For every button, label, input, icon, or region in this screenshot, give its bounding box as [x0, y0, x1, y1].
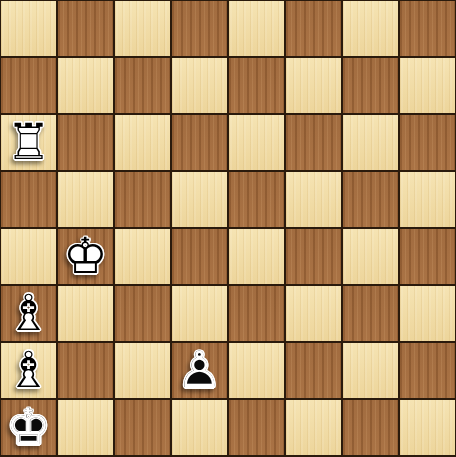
square-a8[interactable]	[1, 1, 56, 56]
square-a2[interactable]: ♝♗	[1, 343, 56, 398]
square-b1[interactable]	[58, 400, 113, 455]
square-d7[interactable]	[172, 58, 227, 113]
square-b3[interactable]	[58, 286, 113, 341]
square-d4[interactable]	[172, 229, 227, 284]
square-h1[interactable]	[400, 400, 455, 455]
square-a4[interactable]	[1, 229, 56, 284]
white-king-outline-glyph: ♔	[58, 229, 113, 284]
square-h6[interactable]	[400, 115, 455, 170]
square-h8[interactable]	[400, 1, 455, 56]
square-f1[interactable]	[286, 400, 341, 455]
square-e8[interactable]	[229, 1, 284, 56]
square-d8[interactable]	[172, 1, 227, 56]
square-c3[interactable]	[115, 286, 170, 341]
square-f6[interactable]	[286, 115, 341, 170]
square-g6[interactable]	[343, 115, 398, 170]
black-pawn-piece[interactable]: ♟♙	[172, 343, 227, 398]
square-h2[interactable]	[400, 343, 455, 398]
square-g8[interactable]	[343, 1, 398, 56]
white-bishop-outline-glyph: ♗	[1, 286, 56, 341]
square-h7[interactable]	[400, 58, 455, 113]
square-b8[interactable]	[58, 1, 113, 56]
white-rook-outline-glyph: ♖	[1, 115, 56, 170]
square-e1[interactable]	[229, 400, 284, 455]
square-d3[interactable]	[172, 286, 227, 341]
chess-board: ♜♖♚♔♝♗♝♗♟♙♚♔	[0, 0, 456, 457]
square-c6[interactable]	[115, 115, 170, 170]
square-e4[interactable]	[229, 229, 284, 284]
square-h5[interactable]	[400, 172, 455, 227]
square-d1[interactable]	[172, 400, 227, 455]
square-g5[interactable]	[343, 172, 398, 227]
square-e2[interactable]	[229, 343, 284, 398]
square-e5[interactable]	[229, 172, 284, 227]
white-rook-piece[interactable]: ♜♖	[1, 115, 56, 170]
square-c2[interactable]	[115, 343, 170, 398]
square-b5[interactable]	[58, 172, 113, 227]
square-g7[interactable]	[343, 58, 398, 113]
square-g4[interactable]	[343, 229, 398, 284]
white-bishop-piece[interactable]: ♝♗	[1, 286, 56, 341]
square-g2[interactable]	[343, 343, 398, 398]
square-b4[interactable]: ♚♔	[58, 229, 113, 284]
square-e7[interactable]	[229, 58, 284, 113]
square-f7[interactable]	[286, 58, 341, 113]
square-f4[interactable]	[286, 229, 341, 284]
black-king-outline-glyph: ♔	[1, 400, 56, 455]
black-king-piece[interactable]: ♚♔	[1, 400, 56, 455]
square-h4[interactable]	[400, 229, 455, 284]
square-d2[interactable]: ♟♙	[172, 343, 227, 398]
square-f3[interactable]	[286, 286, 341, 341]
square-e6[interactable]	[229, 115, 284, 170]
square-c7[interactable]	[115, 58, 170, 113]
square-c8[interactable]	[115, 1, 170, 56]
square-f5[interactable]	[286, 172, 341, 227]
square-f2[interactable]	[286, 343, 341, 398]
square-g3[interactable]	[343, 286, 398, 341]
square-a1[interactable]: ♚♔	[1, 400, 56, 455]
square-c4[interactable]	[115, 229, 170, 284]
square-a3[interactable]: ♝♗	[1, 286, 56, 341]
square-a6[interactable]: ♜♖	[1, 115, 56, 170]
square-a5[interactable]	[1, 172, 56, 227]
white-bishop-outline-glyph: ♗	[1, 343, 56, 398]
square-h3[interactable]	[400, 286, 455, 341]
square-c5[interactable]	[115, 172, 170, 227]
white-king-piece[interactable]: ♚♔	[58, 229, 113, 284]
square-b6[interactable]	[58, 115, 113, 170]
square-d6[interactable]	[172, 115, 227, 170]
square-g1[interactable]	[343, 400, 398, 455]
square-b7[interactable]	[58, 58, 113, 113]
square-a7[interactable]	[1, 58, 56, 113]
square-d5[interactable]	[172, 172, 227, 227]
black-pawn-outline-glyph: ♙	[172, 343, 227, 398]
square-f8[interactable]	[286, 1, 341, 56]
square-b2[interactable]	[58, 343, 113, 398]
square-c1[interactable]	[115, 400, 170, 455]
white-bishop-piece[interactable]: ♝♗	[1, 343, 56, 398]
square-e3[interactable]	[229, 286, 284, 341]
